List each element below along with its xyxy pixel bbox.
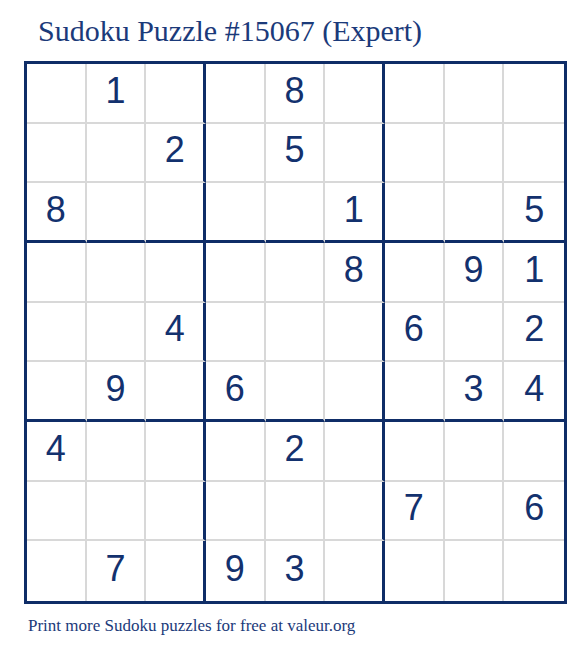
- sudoku-cell[interactable]: [27, 482, 87, 542]
- sudoku-cell[interactable]: [266, 362, 326, 422]
- sudoku-cell[interactable]: [27, 362, 87, 422]
- sudoku-cell[interactable]: [27, 124, 87, 184]
- sudoku-cell[interactable]: 3: [266, 541, 326, 601]
- sudoku-cell[interactable]: 8: [325, 243, 385, 303]
- sudoku-cell[interactable]: [445, 303, 505, 363]
- sudoku-cell[interactable]: [87, 124, 147, 184]
- sudoku-cell[interactable]: 8: [266, 64, 326, 124]
- sudoku-cell[interactable]: [27, 303, 87, 363]
- sudoku-cell[interactable]: [504, 64, 564, 124]
- sudoku-cell[interactable]: [266, 303, 326, 363]
- sudoku-cell[interactable]: [146, 362, 206, 422]
- sudoku-cell[interactable]: 4: [146, 303, 206, 363]
- sudoku-cell[interactable]: 2: [504, 303, 564, 363]
- sudoku-cell[interactable]: [325, 541, 385, 601]
- sudoku-cell[interactable]: [206, 243, 266, 303]
- sudoku-cell[interactable]: [385, 124, 445, 184]
- sudoku-cell[interactable]: [445, 124, 505, 184]
- sudoku-cell[interactable]: [504, 541, 564, 601]
- sudoku-cell[interactable]: [27, 243, 87, 303]
- sudoku-cell[interactable]: [146, 422, 206, 482]
- sudoku-cell[interactable]: [206, 482, 266, 542]
- sudoku-cell[interactable]: [325, 64, 385, 124]
- sudoku-cell[interactable]: [27, 541, 87, 601]
- footer-text: Print more Sudoku puzzles for free at va…: [28, 615, 355, 637]
- sudoku-cell[interactable]: 6: [504, 482, 564, 542]
- sudoku-cell[interactable]: [445, 422, 505, 482]
- sudoku-cell[interactable]: [445, 64, 505, 124]
- sudoku-cell[interactable]: [445, 482, 505, 542]
- sudoku-cell[interactable]: 9: [445, 243, 505, 303]
- sudoku-cell[interactable]: [206, 422, 266, 482]
- sudoku-cell[interactable]: [266, 482, 326, 542]
- sudoku-cell[interactable]: 1: [504, 243, 564, 303]
- sudoku-cell[interactable]: [87, 243, 147, 303]
- sudoku-cell[interactable]: [146, 64, 206, 124]
- sudoku-cell[interactable]: [87, 183, 147, 243]
- sudoku-cell[interactable]: 6: [206, 362, 266, 422]
- sudoku-cell[interactable]: 2: [266, 422, 326, 482]
- sudoku-cell[interactable]: [206, 183, 266, 243]
- sudoku-cell[interactable]: 7: [385, 482, 445, 542]
- sudoku-cell[interactable]: 1: [325, 183, 385, 243]
- sudoku-page: Sudoku Puzzle #15067 (Expert) 1825815891…: [0, 0, 580, 651]
- sudoku-cell[interactable]: [27, 64, 87, 124]
- sudoku-cell[interactable]: 9: [206, 541, 266, 601]
- sudoku-cell[interactable]: [87, 303, 147, 363]
- sudoku-cell[interactable]: [445, 183, 505, 243]
- sudoku-cell[interactable]: [385, 243, 445, 303]
- sudoku-cell[interactable]: 4: [27, 422, 87, 482]
- sudoku-cell[interactable]: [146, 482, 206, 542]
- sudoku-cell[interactable]: 2: [146, 124, 206, 184]
- sudoku-cell[interactable]: [445, 541, 505, 601]
- sudoku-cell[interactable]: [87, 482, 147, 542]
- sudoku-cell[interactable]: [385, 64, 445, 124]
- sudoku-cell[interactable]: [206, 303, 266, 363]
- sudoku-cell[interactable]: [266, 243, 326, 303]
- sudoku-grid: 182581589146296344276793: [24, 61, 567, 604]
- sudoku-cell[interactable]: [325, 422, 385, 482]
- sudoku-cell[interactable]: 3: [445, 362, 505, 422]
- sudoku-cell[interactable]: 5: [504, 183, 564, 243]
- sudoku-cell[interactable]: [504, 124, 564, 184]
- sudoku-cell[interactable]: 9: [87, 362, 147, 422]
- sudoku-cell[interactable]: [146, 541, 206, 601]
- sudoku-cell[interactable]: 4: [504, 362, 564, 422]
- sudoku-cell[interactable]: [325, 303, 385, 363]
- sudoku-cell[interactable]: [385, 362, 445, 422]
- sudoku-cell[interactable]: [146, 183, 206, 243]
- sudoku-cell[interactable]: [206, 64, 266, 124]
- sudoku-cell[interactable]: [385, 183, 445, 243]
- sudoku-cell[interactable]: [325, 124, 385, 184]
- sudoku-cell[interactable]: 1: [87, 64, 147, 124]
- sudoku-cell[interactable]: 8: [27, 183, 87, 243]
- sudoku-cell[interactable]: [206, 124, 266, 184]
- sudoku-cell[interactable]: [325, 362, 385, 422]
- sudoku-cell[interactable]: [146, 243, 206, 303]
- sudoku-cell[interactable]: [385, 422, 445, 482]
- sudoku-cell[interactable]: [504, 422, 564, 482]
- sudoku-cell[interactable]: [325, 482, 385, 542]
- sudoku-cell[interactable]: [385, 541, 445, 601]
- sudoku-cell[interactable]: 5: [266, 124, 326, 184]
- sudoku-cell[interactable]: 7: [87, 541, 147, 601]
- sudoku-cell[interactable]: [266, 183, 326, 243]
- page-title: Sudoku Puzzle #15067 (Expert): [38, 14, 422, 48]
- sudoku-cell[interactable]: 6: [385, 303, 445, 363]
- sudoku-cell[interactable]: [87, 422, 147, 482]
